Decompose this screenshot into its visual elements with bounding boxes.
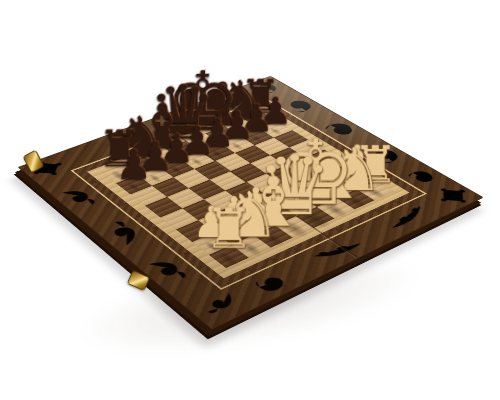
carved-knot-ornament bbox=[427, 182, 479, 210]
piece-white-rook[interactable]: ♜ bbox=[204, 201, 253, 256]
pieces-layer: ♜♞♝♛♚♝♞♜♟♟♟♟♟♟♟♟♟♟♟♟♟♟♟♟♜♞♝♛♚♝♞♜ bbox=[102, 112, 394, 268]
carved-wave-ornament bbox=[53, 182, 107, 214]
piece-black-pawn[interactable]: ♟ bbox=[116, 144, 152, 184]
photo-scene: 87654321hgfedcba ♜♞♝♛♚♝♞♜♟♟♟♟♟♟♟♟♟♟♟♟♟♟♟… bbox=[0, 0, 500, 400]
carved-wave-ornament bbox=[194, 289, 247, 321]
